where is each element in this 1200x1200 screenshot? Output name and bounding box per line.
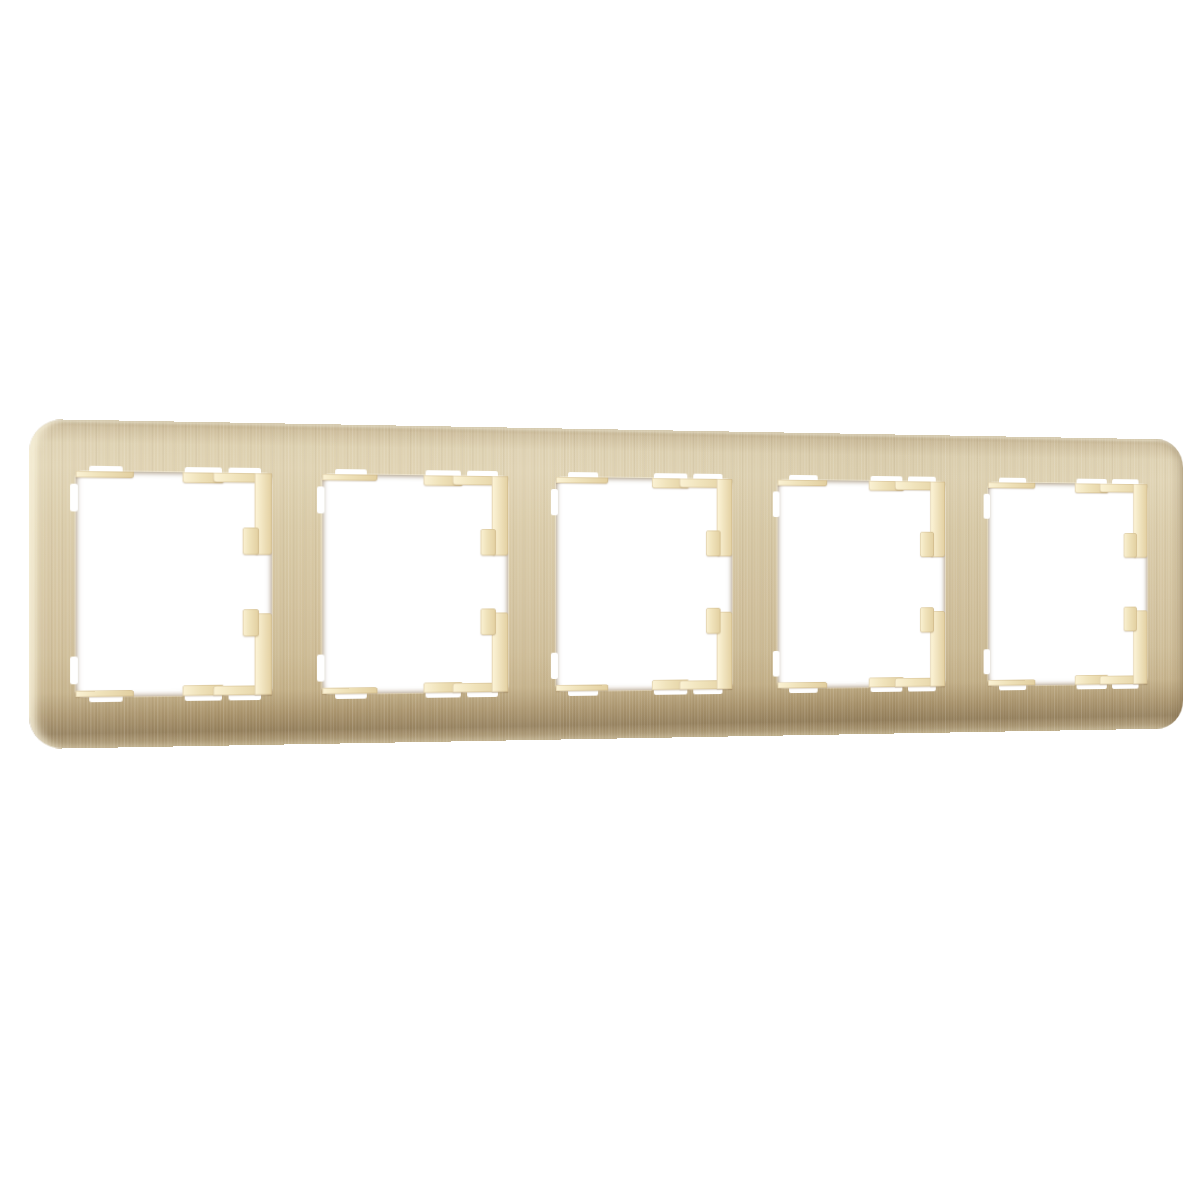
module-opening — [322, 474, 508, 694]
stamped-notch-left-top — [317, 486, 324, 513]
insert-foot-right-upper — [480, 529, 495, 556]
insert-tab-bottom-left — [76, 690, 134, 697]
insert-foot-right-lower — [480, 608, 495, 635]
insert-tab-top-left — [322, 474, 377, 481]
stamped-notch-left-bottom — [551, 653, 558, 679]
module-opening — [778, 480, 945, 689]
insert-foot-right-lower — [706, 608, 721, 634]
insert-tab-top-left — [778, 480, 828, 486]
stamped-notch-left-top — [70, 484, 78, 512]
insert-tab-bottom-left — [988, 679, 1035, 685]
stamped-notch-left-top — [773, 491, 780, 517]
module-opening — [988, 482, 1147, 685]
insert-tab-bottom-left — [778, 682, 828, 688]
stamped-notch-left-top — [551, 489, 558, 515]
product-photo-background — [0, 0, 1200, 1200]
insert-foot-right-lower — [1124, 607, 1137, 632]
insert-tab-bottom-left — [322, 687, 377, 694]
insert-tab-bottom-left — [556, 684, 608, 691]
insert-foot-right-upper — [1124, 533, 1137, 558]
insert-tab-top-left — [76, 471, 134, 478]
stamped-notch-left-bottom — [984, 649, 990, 674]
insert-foot-right-upper — [706, 530, 721, 556]
openings-row — [76, 471, 1148, 697]
module-opening — [76, 471, 272, 697]
stamped-notch-left-top — [984, 494, 990, 519]
frame-perspective-wrapper — [29, 419, 1183, 749]
stamped-notch-left-bottom — [773, 651, 780, 677]
stamped-notch-left-bottom — [70, 657, 78, 685]
insert-foot-right-upper — [920, 532, 934, 557]
insert-tab-top-left — [556, 477, 608, 484]
insert-foot-right-lower — [243, 609, 259, 636]
insert-tab-top-left — [988, 482, 1035, 488]
module-opening — [556, 477, 732, 691]
wall-plate-frame — [29, 419, 1183, 749]
insert-foot-right-lower — [920, 607, 934, 632]
insert-foot-right-upper — [243, 527, 259, 554]
stamped-notch-left-bottom — [317, 655, 324, 682]
